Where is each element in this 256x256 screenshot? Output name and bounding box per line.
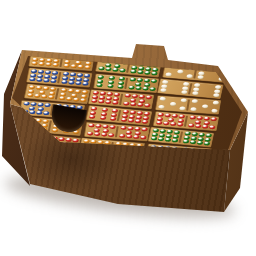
orange-pip	[80, 98, 87, 102]
green-pip	[197, 141, 204, 145]
red-pip	[58, 137, 65, 141]
green-pip	[128, 85, 135, 89]
red-pip	[91, 99, 98, 103]
green-pip	[112, 68, 119, 72]
blue-pip	[75, 81, 82, 85]
red-pip	[177, 122, 184, 126]
orange-pip	[48, 95, 55, 99]
red-pip	[189, 115, 196, 119]
orange-pip	[68, 89, 75, 93]
red-pip	[146, 95, 153, 99]
red-pip	[89, 115, 96, 119]
red-pip	[170, 122, 177, 126]
orange-pip	[34, 94, 41, 98]
red-pip	[94, 132, 101, 136]
green-pip	[151, 71, 158, 75]
white-pip	[180, 98, 187, 102]
red-pip	[135, 119, 142, 123]
white-pip	[181, 90, 188, 94]
red-pip	[119, 134, 126, 138]
red-pip	[101, 132, 108, 136]
red-pip	[139, 95, 146, 99]
green-pip	[105, 67, 112, 71]
green-pip	[130, 69, 137, 73]
orange-pip	[97, 140, 104, 144]
red-pip	[209, 125, 216, 129]
green-pip	[119, 68, 126, 72]
white-pip	[177, 69, 184, 73]
orange-pip	[36, 86, 43, 90]
red-pip	[163, 121, 170, 125]
orange-pip	[77, 65, 84, 69]
green-pip	[190, 140, 197, 144]
orange-pip	[83, 139, 90, 143]
white-pip	[213, 101, 220, 105]
blue-pip	[82, 82, 89, 86]
red-pip	[202, 125, 209, 129]
white-pip	[213, 93, 220, 97]
red-pip	[108, 133, 115, 137]
red-pip	[112, 101, 119, 105]
green-pip	[151, 79, 158, 83]
red-pip	[130, 102, 137, 106]
orange-pip	[84, 65, 91, 69]
red-pip	[120, 126, 127, 130]
white-pip	[201, 104, 208, 108]
blue-pip	[43, 78, 50, 82]
red-pip	[164, 113, 171, 117]
green-pip	[130, 77, 137, 81]
green-pip	[144, 78, 151, 82]
blue-pip	[61, 80, 68, 84]
orange-pip	[70, 64, 77, 68]
red-pip	[87, 131, 94, 135]
red-pip	[140, 135, 147, 139]
orange-pip	[31, 61, 38, 65]
red-pip	[141, 127, 148, 131]
red-pip	[128, 118, 135, 122]
red-pip	[137, 103, 144, 107]
red-pip	[98, 99, 105, 103]
white-pip	[169, 101, 176, 105]
product-photo-domino-box	[0, 0, 256, 256]
green-pip	[117, 85, 124, 89]
green-pip	[98, 66, 105, 70]
orange-pip	[27, 93, 34, 97]
green-pip	[172, 138, 179, 142]
white-pip	[190, 107, 197, 111]
white-pip	[158, 105, 165, 109]
blue-pip	[29, 110, 36, 114]
blue-pip	[37, 103, 44, 107]
red-pip	[203, 116, 210, 120]
blue-pip	[23, 101, 30, 105]
red-pip	[188, 123, 195, 127]
red-pip	[133, 135, 140, 139]
red-pip	[110, 117, 117, 121]
red-pip	[142, 120, 149, 124]
orange-pip	[63, 64, 70, 68]
green-pip	[183, 139, 190, 143]
white-pip	[179, 106, 186, 110]
green-pip	[149, 87, 156, 91]
red-pip	[121, 118, 128, 122]
green-pip	[137, 70, 144, 74]
red-pip	[125, 93, 132, 97]
white-pip	[165, 72, 172, 76]
green-pip	[96, 83, 103, 87]
green-pip	[135, 86, 142, 90]
red-pip	[126, 134, 133, 138]
red-pip	[109, 125, 116, 129]
green-pip	[204, 141, 211, 145]
green-pip	[107, 84, 114, 88]
blue-pip	[43, 111, 50, 115]
white-pip	[159, 97, 166, 101]
green-pip	[151, 136, 158, 140]
white-pip	[197, 75, 204, 79]
white-pip	[186, 74, 193, 78]
blue-pip	[29, 77, 36, 81]
orange-pip	[41, 94, 48, 98]
green-pip	[144, 71, 151, 75]
blue-pip	[68, 80, 75, 84]
orange-pip	[52, 128, 59, 132]
red-pip	[102, 124, 109, 128]
orange-pip	[73, 97, 80, 101]
white-pip	[192, 91, 199, 95]
blue-pip	[36, 78, 43, 82]
red-pip	[134, 127, 141, 131]
orange-pip	[59, 96, 66, 100]
red-pip	[195, 124, 202, 128]
white-pip	[191, 99, 198, 103]
red-pip	[99, 116, 106, 120]
red-pip	[105, 100, 112, 104]
orange-pip	[45, 62, 52, 66]
red-pip	[156, 121, 163, 125]
red-pip	[144, 103, 151, 107]
green-pip	[165, 138, 172, 142]
green-pip	[142, 87, 149, 91]
red-pip	[88, 123, 95, 127]
blue-pip	[44, 103, 51, 107]
orange-pip	[38, 62, 45, 66]
orange-pip	[66, 97, 73, 101]
blue-pip	[50, 79, 57, 83]
green-pip	[108, 76, 115, 80]
red-pip	[123, 101, 130, 105]
orange-pip	[52, 63, 59, 67]
white-pip	[160, 88, 167, 92]
green-pip	[158, 137, 165, 141]
red-pip	[210, 117, 217, 121]
blue-pip	[36, 111, 43, 115]
white-pip	[211, 109, 218, 113]
